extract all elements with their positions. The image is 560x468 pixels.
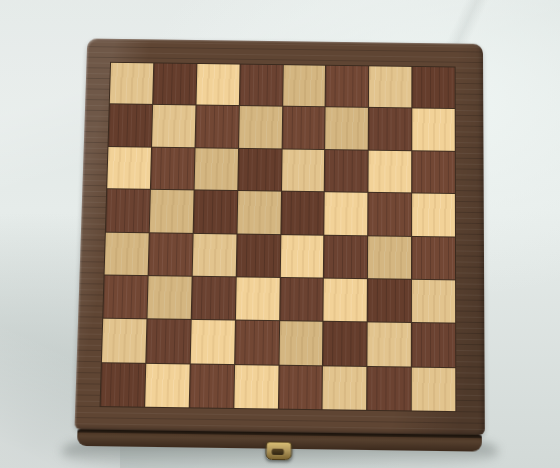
chess-board xyxy=(101,63,456,411)
square-b4 xyxy=(149,233,193,276)
square-e1 xyxy=(278,365,322,409)
square-g6 xyxy=(369,150,412,192)
square-a8 xyxy=(110,63,153,104)
square-h1 xyxy=(412,367,455,411)
square-f3 xyxy=(324,278,367,321)
square-c3 xyxy=(191,277,235,320)
square-c6 xyxy=(194,148,237,190)
square-e7 xyxy=(282,107,325,149)
square-g1 xyxy=(367,367,411,411)
square-h3 xyxy=(412,280,455,323)
square-e6 xyxy=(282,149,325,191)
square-h8 xyxy=(412,67,454,108)
brass-latch-icon xyxy=(265,441,292,460)
square-f5 xyxy=(325,192,368,234)
square-a1 xyxy=(101,363,146,407)
square-f2 xyxy=(323,322,367,366)
square-g5 xyxy=(368,193,411,235)
square-d7 xyxy=(239,106,282,148)
square-c4 xyxy=(192,233,236,276)
square-d4 xyxy=(236,234,280,277)
square-a5 xyxy=(106,189,150,231)
square-b1 xyxy=(145,363,189,407)
square-c2 xyxy=(190,320,234,364)
square-c1 xyxy=(189,364,233,408)
square-b8 xyxy=(153,63,196,104)
square-d6 xyxy=(238,149,281,191)
square-h6 xyxy=(412,151,455,193)
square-h4 xyxy=(412,236,455,279)
square-f4 xyxy=(324,235,367,278)
square-b2 xyxy=(146,320,190,364)
photo-background xyxy=(0,0,560,468)
square-b5 xyxy=(150,190,194,232)
square-e8 xyxy=(283,65,326,106)
square-c5 xyxy=(193,191,237,233)
square-g2 xyxy=(368,323,411,367)
square-f1 xyxy=(323,366,367,410)
square-d2 xyxy=(235,321,279,365)
square-e5 xyxy=(281,192,324,234)
square-g8 xyxy=(369,66,411,107)
square-c7 xyxy=(195,106,238,148)
square-f7 xyxy=(326,108,369,150)
square-a4 xyxy=(105,232,149,275)
square-c8 xyxy=(196,64,239,105)
square-h2 xyxy=(412,323,455,367)
chess-box xyxy=(74,38,485,451)
square-b7 xyxy=(152,105,195,147)
square-f6 xyxy=(325,150,368,192)
square-g7 xyxy=(369,108,412,150)
square-f8 xyxy=(326,66,369,107)
square-e2 xyxy=(279,321,323,365)
square-g3 xyxy=(368,279,411,322)
square-d5 xyxy=(237,191,280,233)
square-b6 xyxy=(151,147,195,189)
square-g4 xyxy=(368,236,411,279)
square-b3 xyxy=(147,276,191,319)
square-a6 xyxy=(107,147,151,189)
square-a3 xyxy=(103,275,147,318)
square-h7 xyxy=(412,109,454,151)
square-d1 xyxy=(234,365,278,409)
square-e3 xyxy=(280,278,324,321)
board-frame xyxy=(74,38,484,435)
square-a7 xyxy=(109,105,152,147)
square-h5 xyxy=(412,194,455,236)
square-a2 xyxy=(102,319,146,362)
square-d3 xyxy=(236,277,280,320)
square-e4 xyxy=(280,235,323,278)
square-d8 xyxy=(239,65,282,106)
